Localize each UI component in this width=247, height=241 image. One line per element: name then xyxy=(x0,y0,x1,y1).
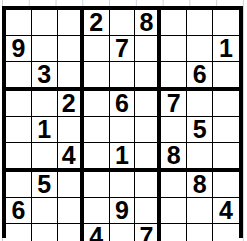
cell-r6c7-given[interactable]: 8 xyxy=(161,143,187,172)
cell-r9c3-empty[interactable] xyxy=(58,224,84,241)
cell-r5c3-empty[interactable] xyxy=(58,117,84,143)
cell-r7c2-given[interactable]: 5 xyxy=(32,172,58,198)
cell-r4c2-empty[interactable] xyxy=(32,91,58,117)
cell-r5c8-given[interactable]: 5 xyxy=(187,117,213,143)
cell-r8c7-empty[interactable] xyxy=(161,198,187,224)
cell-r6c4-empty[interactable] xyxy=(84,143,110,172)
cell-r7c4-empty[interactable] xyxy=(84,172,110,198)
cell-r6c3-given[interactable]: 4 xyxy=(58,143,84,172)
cell-r9c9-empty[interactable] xyxy=(213,224,239,241)
cell-r5c4-empty[interactable] xyxy=(84,117,110,143)
cell-r7c6-empty[interactable] xyxy=(135,172,161,198)
cell-r1c1-empty[interactable] xyxy=(6,10,32,36)
cell-r3c5-empty[interactable] xyxy=(110,62,136,91)
cell-r6c9-empty[interactable] xyxy=(213,143,239,172)
cell-r5c6-empty[interactable] xyxy=(135,117,161,143)
cell-r7c8-given[interactable]: 8 xyxy=(187,172,213,198)
cell-r3c9-empty[interactable] xyxy=(213,62,239,91)
cell-r1c8-empty[interactable] xyxy=(187,10,213,36)
cell-r9c8-empty[interactable] xyxy=(187,224,213,241)
cell-r8c4-empty[interactable] xyxy=(84,198,110,224)
cell-r4c8-empty[interactable] xyxy=(187,91,213,117)
cell-r2c8-empty[interactable] xyxy=(187,36,213,62)
cell-r2c9-given[interactable]: 1 xyxy=(213,36,239,62)
cell-r4c6-empty[interactable] xyxy=(135,91,161,117)
cell-r3c7-empty[interactable] xyxy=(161,62,187,91)
cell-r1c5-empty[interactable] xyxy=(110,10,136,36)
cell-r1c6-given[interactable]: 8 xyxy=(135,10,161,36)
cell-r4c1-empty[interactable] xyxy=(6,91,32,117)
cell-r5c5-empty[interactable] xyxy=(110,117,136,143)
cell-r8c1-given[interactable]: 6 xyxy=(6,198,32,224)
cell-r8c3-empty[interactable] xyxy=(58,198,84,224)
cell-r3c3-empty[interactable] xyxy=(58,62,84,91)
cell-r6c5-given[interactable]: 1 xyxy=(110,143,136,172)
cell-r4c9-empty[interactable] xyxy=(213,91,239,117)
cell-r7c5-empty[interactable] xyxy=(110,172,136,198)
cell-r9c1-empty[interactable] xyxy=(6,224,32,241)
cell-r3c8-given[interactable]: 6 xyxy=(187,62,213,91)
cell-r4c7-given[interactable]: 7 xyxy=(161,91,187,117)
cell-r9c5-empty[interactable] xyxy=(110,224,136,241)
sudoku-board: 2897136267154185869447 xyxy=(2,6,243,238)
cell-r1c7-empty[interactable] xyxy=(161,10,187,36)
cell-r3c6-empty[interactable] xyxy=(135,62,161,91)
cell-r6c1-empty[interactable] xyxy=(6,143,32,172)
cell-r9c6-given[interactable]: 7 xyxy=(135,224,161,241)
cell-r4c3-given[interactable]: 2 xyxy=(58,91,84,117)
cell-r1c4-given[interactable]: 2 xyxy=(84,10,110,36)
cell-r6c6-empty[interactable] xyxy=(135,143,161,172)
cell-r9c2-empty[interactable] xyxy=(32,224,58,241)
cell-r2c7-empty[interactable] xyxy=(161,36,187,62)
cell-r2c4-empty[interactable] xyxy=(84,36,110,62)
cell-r3c1-empty[interactable] xyxy=(6,62,32,91)
cell-r6c8-empty[interactable] xyxy=(187,143,213,172)
cell-r2c1-given[interactable]: 9 xyxy=(6,36,32,62)
cell-r7c3-empty[interactable] xyxy=(58,172,84,198)
cell-r2c6-empty[interactable] xyxy=(135,36,161,62)
cell-r8c2-empty[interactable] xyxy=(32,198,58,224)
cell-r1c9-empty[interactable] xyxy=(213,10,239,36)
cell-r8c9-given[interactable]: 4 xyxy=(213,198,239,224)
cell-r1c2-empty[interactable] xyxy=(32,10,58,36)
cell-r9c4-given[interactable]: 4 xyxy=(84,224,110,241)
cell-r4c5-given[interactable]: 6 xyxy=(110,91,136,117)
cell-r1c3-empty[interactable] xyxy=(58,10,84,36)
cell-r5c7-empty[interactable] xyxy=(161,117,187,143)
cell-r7c7-empty[interactable] xyxy=(161,172,187,198)
cell-r5c2-given[interactable]: 1 xyxy=(32,117,58,143)
cell-r7c9-empty[interactable] xyxy=(213,172,239,198)
sudoku-canvas: 2897136267154185869447 xyxy=(0,0,247,241)
cell-r9c7-empty[interactable] xyxy=(161,224,187,241)
cell-r4c4-empty[interactable] xyxy=(84,91,110,117)
cell-r2c3-empty[interactable] xyxy=(58,36,84,62)
cell-r7c1-empty[interactable] xyxy=(6,172,32,198)
cell-r8c5-given[interactable]: 9 xyxy=(110,198,136,224)
cell-r6c2-empty[interactable] xyxy=(32,143,58,172)
cell-r5c9-empty[interactable] xyxy=(213,117,239,143)
cell-r2c2-empty[interactable] xyxy=(32,36,58,62)
cell-r2c5-given[interactable]: 7 xyxy=(110,36,136,62)
cell-r8c8-empty[interactable] xyxy=(187,198,213,224)
cell-r3c2-given[interactable]: 3 xyxy=(32,62,58,91)
cell-r8c6-empty[interactable] xyxy=(135,198,161,224)
cell-r3c4-empty[interactable] xyxy=(84,62,110,91)
cell-r5c1-empty[interactable] xyxy=(6,117,32,143)
